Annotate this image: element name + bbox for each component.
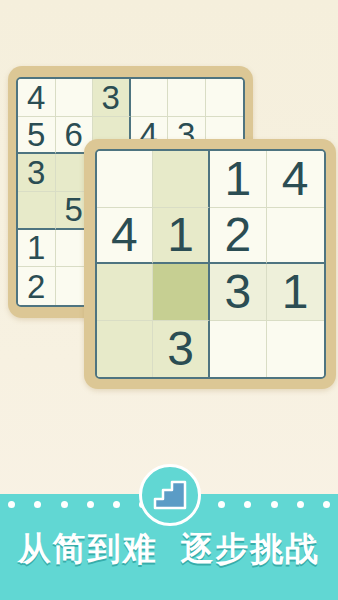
divider-dot (113, 501, 120, 508)
cell-r1c3[interactable]: 1 (210, 151, 267, 208)
cell-r4c1[interactable] (97, 321, 154, 378)
cell-r5c1[interactable]: 1 (18, 230, 56, 268)
cell-r1c1[interactable] (97, 151, 154, 208)
cell-r1c4[interactable] (131, 79, 169, 117)
cell-r6c1[interactable]: 2 (18, 267, 56, 305)
divider-dot (218, 501, 225, 508)
divider-dot (297, 501, 304, 508)
divider-dot (271, 501, 278, 508)
cell-r1c2[interactable] (56, 79, 94, 117)
cell-r3c2[interactable] (153, 264, 210, 321)
cell-r3c4[interactable]: 1 (267, 264, 324, 321)
cell-r2c3[interactable]: 2 (210, 208, 267, 265)
cell-r3c3[interactable]: 3 (210, 264, 267, 321)
cell-r4c4[interactable] (267, 321, 324, 378)
cell-r1c3[interactable]: 3 (93, 79, 131, 117)
divider-dot (61, 501, 68, 508)
cell-r2c4[interactable] (267, 208, 324, 265)
cell-r4c2[interactable]: 3 (153, 321, 210, 378)
divider-dot (87, 501, 94, 508)
app-screen: 4356433512 14412313 从简到难 逐步挑战 (0, 0, 338, 600)
divider-dot (34, 501, 41, 508)
cell-r1c1[interactable]: 4 (18, 79, 56, 117)
cell-r2c2[interactable]: 1 (153, 208, 210, 265)
cell-r4c1[interactable] (18, 192, 56, 230)
cell-r1c2[interactable] (153, 151, 210, 208)
cell-r2c1[interactable]: 5 (18, 117, 56, 155)
cell-r4c3[interactable] (210, 321, 267, 378)
cell-r3c1[interactable]: 3 (18, 154, 56, 192)
cell-r1c6[interactable] (206, 79, 244, 117)
front-sudoku-frame: 14412313 (84, 139, 336, 389)
stairs-icon (152, 479, 188, 511)
front-sudoku-board[interactable]: 14412313 (95, 149, 326, 379)
cell-r1c4[interactable]: 4 (267, 151, 324, 208)
cell-r2c1[interactable]: 4 (97, 208, 154, 265)
divider-dot (323, 501, 330, 508)
level-badge (139, 464, 201, 526)
divider-dot (244, 501, 251, 508)
banner-caption: 从简到难 逐步挑战 (0, 527, 338, 572)
cell-r1c5[interactable] (168, 79, 206, 117)
cell-r3c1[interactable] (97, 264, 154, 321)
divider-dot (8, 501, 15, 508)
